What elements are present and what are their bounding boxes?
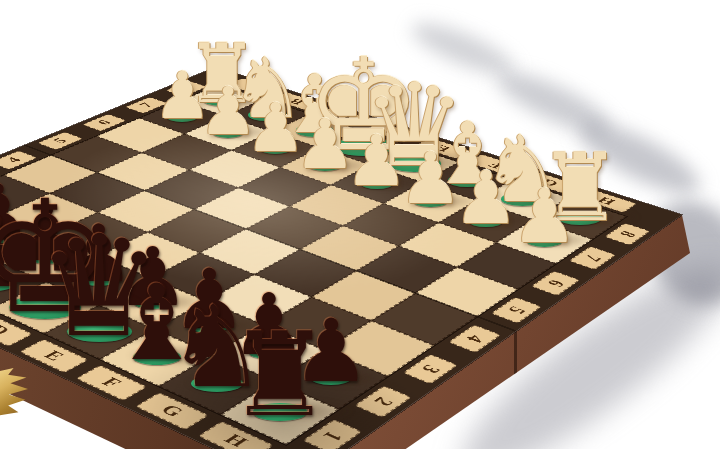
piece-white-pawn-h7: ♟ (507, 180, 582, 255)
piece-dark-rook-h1: ♜ (222, 317, 338, 433)
white-pawn-glyph: ♟ (507, 180, 582, 255)
dark-rook-glyph: ♜ (222, 317, 338, 433)
pieces-layer: ♜♞♝♚♛♝♞♜♟♟♟♟♟♟♟♟♟♟♟♟♟♟♟♟♜♞♝♚♛♝♞♜ (0, 0, 720, 449)
chess-set-photo: ABCDEFGH ABCDEFGH 87654321 87654321 ♜♞♝♚… (0, 0, 720, 449)
